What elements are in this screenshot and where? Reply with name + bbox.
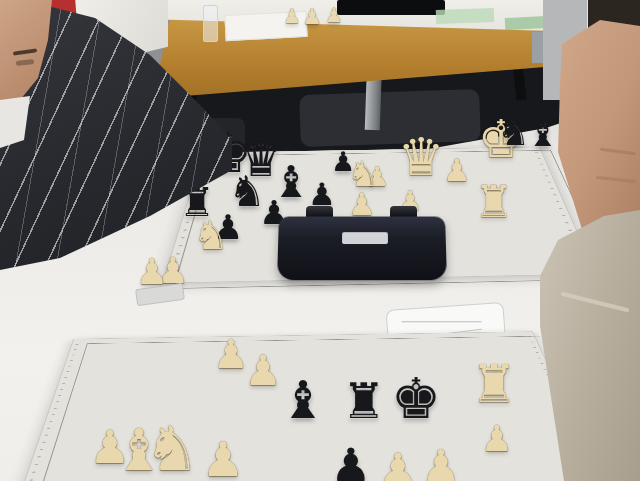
bag-crease bbox=[401, 321, 481, 322]
score-sheets bbox=[224, 11, 307, 41]
drinking-glass bbox=[203, 5, 218, 42]
foreground-board bbox=[0, 331, 640, 481]
foreground-board-grid bbox=[0, 336, 640, 481]
green-card bbox=[505, 16, 546, 30]
clock-display bbox=[342, 232, 388, 244]
tournament-photo: ♟♟♟ ♚♟♚♛♛♟♟♞♝♟♞♟♟♜♜♟♟ ♟♞♝♝♞♟♟ ♟♟♜♝♜♚♟♟♝♞… bbox=[0, 0, 640, 481]
green-card bbox=[436, 8, 494, 24]
chess-clock bbox=[276, 204, 448, 284]
clock-body bbox=[277, 217, 447, 281]
chair bbox=[299, 89, 481, 147]
black-case bbox=[337, 0, 445, 15]
